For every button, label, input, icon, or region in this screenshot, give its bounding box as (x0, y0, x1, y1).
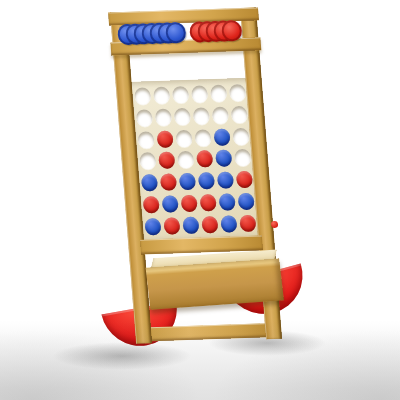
empty-hole[interactable] (134, 107, 155, 129)
red-disc (235, 171, 252, 189)
blue-reserve-disc[interactable] (165, 22, 187, 44)
red-disc (201, 216, 218, 234)
blue-disc[interactable] (216, 191, 237, 213)
connect-four-stand-photo (0, 0, 400, 400)
blue-disc[interactable] (159, 193, 180, 215)
empty-hole (153, 87, 170, 105)
empty-hole[interactable] (210, 104, 231, 126)
red-disc (239, 214, 256, 232)
red-reserve-disc[interactable] (221, 20, 243, 42)
empty-hole (232, 128, 249, 146)
blue-disc[interactable] (213, 148, 234, 170)
red-disc[interactable] (178, 192, 199, 214)
empty-hole[interactable] (153, 106, 174, 128)
empty-hole (172, 86, 189, 104)
red-disc[interactable] (140, 193, 161, 215)
blue-disc (161, 195, 178, 213)
empty-hole (234, 149, 251, 167)
blue-disc[interactable] (180, 214, 201, 236)
empty-hole (139, 153, 156, 171)
empty-hole[interactable] (191, 105, 212, 127)
red-disc[interactable] (234, 169, 255, 191)
red-disc[interactable] (154, 128, 175, 150)
empty-hole (154, 109, 171, 127)
blue-disc (237, 193, 254, 211)
blue-disc (182, 216, 199, 234)
blue-disc[interactable] (177, 171, 198, 193)
tray-front-panel (146, 258, 284, 309)
blue-disc[interactable] (142, 215, 163, 237)
blue-disc[interactable] (196, 170, 217, 192)
board-grid (132, 82, 258, 238)
blue-disc (140, 174, 157, 192)
empty-hole[interactable] (228, 104, 249, 126)
blue-disc (216, 172, 233, 190)
empty-hole[interactable] (192, 127, 213, 149)
empty-hole (209, 85, 226, 103)
empty-hole[interactable] (172, 105, 193, 127)
empty-hole[interactable] (208, 83, 229, 105)
empty-hole[interactable] (230, 125, 251, 147)
red-disc (159, 174, 176, 192)
empty-hole[interactable] (227, 82, 248, 104)
blue-disc (144, 218, 161, 236)
empty-hole[interactable] (189, 83, 210, 105)
empty-hole (230, 106, 247, 124)
empty-hole (177, 151, 194, 169)
game-board (128, 78, 262, 242)
blue-disc[interactable] (235, 190, 256, 212)
blue-disc (218, 193, 235, 211)
empty-hole (192, 107, 209, 125)
red-disc[interactable] (156, 150, 177, 172)
red-disc (163, 217, 180, 235)
red-disc (199, 194, 216, 212)
red-disc[interactable] (237, 212, 258, 234)
empty-hole (211, 107, 228, 125)
empty-hole[interactable] (151, 85, 172, 107)
blue-disc (213, 128, 230, 146)
red-disc[interactable] (197, 192, 218, 214)
empty-hole (194, 129, 211, 147)
red-disc (180, 195, 197, 213)
empty-hole[interactable] (175, 149, 196, 171)
empty-hole (190, 86, 207, 104)
blue-disc (215, 150, 232, 168)
blue-disc[interactable] (139, 172, 160, 194)
empty-hole[interactable] (137, 150, 158, 172)
empty-hole[interactable] (173, 127, 194, 149)
red-disc (196, 151, 213, 169)
blue-disc[interactable] (211, 126, 232, 148)
red-disc[interactable] (161, 215, 182, 237)
empty-hole[interactable] (132, 85, 153, 107)
blue-disc[interactable] (218, 213, 239, 235)
empty-hole[interactable] (232, 147, 253, 169)
empty-hole (228, 84, 245, 102)
empty-hole (137, 131, 154, 149)
reserve-blue-stack (117, 21, 187, 45)
disc-tray (144, 247, 284, 312)
empty-hole[interactable] (170, 84, 191, 106)
empty-hole (134, 88, 151, 106)
red-disc (156, 130, 173, 148)
blue-disc (220, 215, 237, 233)
blue-disc[interactable] (215, 169, 236, 191)
release-knob[interactable] (271, 221, 279, 228)
empty-hole (175, 130, 192, 148)
red-disc[interactable] (158, 171, 179, 193)
empty-hole (135, 109, 152, 127)
wooden-stand (108, 7, 285, 361)
blue-disc (178, 173, 195, 191)
red-disc (142, 196, 159, 214)
red-disc[interactable] (199, 213, 220, 235)
reserve-red-stack (189, 19, 243, 43)
empty-hole[interactable] (135, 128, 156, 150)
blue-disc (197, 172, 214, 190)
red-disc (158, 152, 175, 170)
red-disc[interactable] (194, 148, 215, 170)
empty-hole (173, 108, 190, 126)
